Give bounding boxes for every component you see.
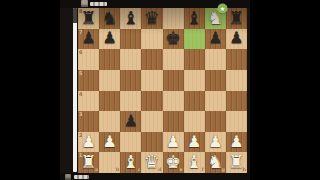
best-move-badge: ★ — [218, 4, 227, 13]
square-a4[interactable]: 4 — [78, 91, 99, 112]
square-b3[interactable] — [99, 111, 120, 132]
square-e3[interactable] — [163, 111, 184, 132]
square-g4[interactable] — [205, 91, 226, 112]
square-d4[interactable] — [141, 91, 162, 112]
file-label-c: c — [138, 167, 141, 172]
evaluation-bar — [73, 8, 77, 172]
square-f6[interactable] — [184, 49, 205, 70]
rank-label-7: 7 — [79, 30, 82, 35]
square-a3[interactable]: 3 — [78, 111, 99, 132]
square-h3[interactable] — [226, 111, 247, 132]
square-a7[interactable]: 7♟ — [78, 29, 99, 50]
video-frame: 8♜♞♝♛♝♞★♜7♟♟♚♟♟6543♟2♟♟♟♟♟♟1a♜bc♝d♛e♚f♝g… — [0, 0, 320, 180]
black-pawn[interactable]: ♟ — [81, 28, 95, 48]
square-h8[interactable]: ♜ — [226, 8, 247, 29]
square-e8[interactable] — [163, 8, 184, 29]
square-a2[interactable]: 2♟ — [78, 132, 99, 153]
rank-label-2: 2 — [79, 133, 82, 138]
black-bishop[interactable]: ♝ — [123, 8, 139, 28]
square-b5[interactable] — [99, 70, 120, 91]
square-f2[interactable]: ♟ — [184, 132, 205, 153]
file-label-h: h — [243, 167, 246, 172]
square-g2[interactable]: ♟ — [205, 132, 226, 153]
file-label-d: d — [158, 167, 161, 172]
square-f4[interactable] — [184, 91, 205, 112]
square-g3[interactable] — [205, 111, 226, 132]
rank-label-8: 8 — [79, 9, 82, 14]
square-b7[interactable]: ♟ — [99, 29, 120, 50]
square-d1[interactable]: d♛ — [141, 152, 162, 173]
square-c2[interactable] — [120, 132, 141, 153]
white-pawn[interactable]: ♟ — [166, 132, 180, 152]
black-knight[interactable]: ♞ — [102, 8, 118, 28]
square-g7[interactable]: ♟ — [205, 29, 226, 50]
white-pawn[interactable]: ♟ — [208, 132, 222, 152]
square-e2[interactable]: ♟ — [163, 132, 184, 153]
square-b1[interactable]: b — [99, 152, 120, 173]
white-pawn[interactable]: ♟ — [229, 132, 243, 152]
square-c8[interactable]: ♝ — [120, 8, 141, 29]
rank-label-4: 4 — [79, 92, 82, 97]
square-e5[interactable] — [163, 70, 184, 91]
black-rook[interactable]: ♜ — [80, 8, 96, 28]
chess-board[interactable]: 8♜♞♝♛♝♞★♜7♟♟♚♟♟6543♟2♟♟♟♟♟♟1a♜bc♝d♛e♚f♝g… — [78, 8, 247, 173]
square-e4[interactable] — [163, 91, 184, 112]
file-label-g: g — [222, 167, 225, 172]
square-h1[interactable]: h♜ — [226, 152, 247, 173]
square-a8[interactable]: 8♜ — [78, 8, 99, 29]
square-h7[interactable]: ♟ — [226, 29, 247, 50]
white-bishop[interactable]: ♝ — [186, 152, 202, 172]
file-label-a: a — [95, 167, 98, 172]
black-king[interactable]: ♚ — [165, 28, 181, 48]
white-pawn[interactable]: ♟ — [187, 132, 201, 152]
square-b6[interactable] — [99, 49, 120, 70]
square-c1[interactable]: c♝ — [120, 152, 141, 173]
square-h6[interactable] — [226, 49, 247, 70]
square-a6[interactable]: 6 — [78, 49, 99, 70]
white-bishop[interactable]: ♝ — [123, 152, 139, 172]
rank-label-5: 5 — [79, 71, 82, 76]
rank-label-6: 6 — [79, 50, 82, 55]
black-pawn[interactable]: ♟ — [208, 28, 222, 48]
black-queen[interactable]: ♛ — [144, 8, 160, 28]
square-g5[interactable] — [205, 70, 226, 91]
square-c5[interactable] — [120, 70, 141, 91]
square-g1[interactable]: g♞ — [205, 152, 226, 173]
square-a5[interactable]: 5 — [78, 70, 99, 91]
square-f1[interactable]: f♝ — [184, 152, 205, 173]
square-g6[interactable] — [205, 49, 226, 70]
square-d3[interactable] — [141, 111, 162, 132]
square-d2[interactable] — [141, 132, 162, 153]
square-c4[interactable] — [120, 91, 141, 112]
file-label-f: f — [202, 167, 204, 172]
square-f8[interactable]: ♝ — [184, 8, 205, 29]
white-pawn[interactable]: ♟ — [81, 132, 95, 152]
black-rook[interactable]: ♜ — [228, 8, 244, 28]
square-b2[interactable]: ♟ — [99, 132, 120, 153]
white-pawn[interactable]: ♟ — [103, 132, 117, 152]
black-bishop[interactable]: ♝ — [186, 8, 202, 28]
square-d8[interactable]: ♛ — [141, 8, 162, 29]
black-pawn[interactable]: ♟ — [124, 111, 138, 131]
square-e1[interactable]: e♚ — [163, 152, 184, 173]
square-b8[interactable]: ♞ — [99, 8, 120, 29]
file-label-b: b — [116, 167, 119, 172]
top-player-name — [90, 2, 107, 6]
bottom-player-name — [74, 175, 89, 179]
square-d6[interactable] — [141, 49, 162, 70]
square-h4[interactable] — [226, 91, 247, 112]
file-label-e: e — [180, 167, 183, 172]
square-a1[interactable]: 1a♜ — [78, 152, 99, 173]
square-b4[interactable] — [99, 91, 120, 112]
bottom-player-avatar — [65, 174, 71, 180]
square-d7[interactable] — [141, 29, 162, 50]
square-c3[interactable]: ♟ — [120, 111, 141, 132]
square-c7[interactable] — [120, 29, 141, 50]
top-player-avatar — [81, 0, 88, 7]
square-h2[interactable]: ♟ — [226, 132, 247, 153]
square-h5[interactable] — [226, 70, 247, 91]
square-e7[interactable]: ♚ — [163, 29, 184, 50]
square-f3[interactable] — [184, 111, 205, 132]
black-pawn[interactable]: ♟ — [229, 28, 243, 48]
black-pawn[interactable]: ♟ — [103, 28, 117, 48]
evaluation-bar-black-segment — [73, 8, 77, 23]
square-c6[interactable] — [120, 49, 141, 70]
square-f7[interactable] — [184, 29, 205, 50]
rank-label-3: 3 — [79, 112, 82, 117]
square-e6[interactable] — [163, 49, 184, 70]
square-g8[interactable]: ♞★ — [205, 8, 226, 29]
square-d5[interactable] — [141, 70, 162, 91]
square-f5[interactable] — [184, 70, 205, 91]
rank-label-1: 1 — [79, 153, 82, 158]
